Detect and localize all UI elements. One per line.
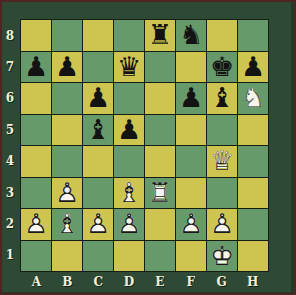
square-g7[interactable]: ♚	[207, 52, 237, 83]
piece-glyph: ♛	[117, 52, 141, 82]
square-c5[interactable]: ♝	[83, 115, 113, 146]
square-b6[interactable]	[52, 83, 82, 114]
square-a8[interactable]	[21, 20, 51, 51]
square-g2[interactable]: ♟♙	[207, 209, 237, 240]
rank-label-2: 2	[0, 208, 20, 239]
square-f3[interactable]	[176, 178, 206, 209]
square-f4[interactable]	[176, 146, 206, 177]
file-labels: ABCDEFGH	[21, 274, 268, 290]
square-b3[interactable]: ♟♙	[52, 178, 82, 209]
piece-outline: ♙	[117, 209, 141, 239]
piece-glyph: ♟	[86, 83, 110, 113]
piece-outline: ♕	[210, 146, 234, 176]
square-a1[interactable]	[21, 241, 51, 272]
rank-labels: 87654321	[0, 20, 20, 271]
square-b8[interactable]	[52, 20, 82, 51]
piece-glyph: ♞	[179, 20, 203, 50]
square-c3[interactable]	[83, 178, 113, 209]
square-e4[interactable]	[145, 146, 175, 177]
white-pawn[interactable]: ♟♙	[176, 209, 206, 240]
black-pawn[interactable]: ♟	[238, 52, 268, 83]
piece-glyph: ♟	[117, 115, 141, 145]
piece-outline: ♙	[86, 209, 110, 239]
black-pawn[interactable]: ♟	[176, 83, 206, 114]
square-h8[interactable]	[238, 20, 268, 51]
piece-glyph: ♝	[86, 115, 110, 145]
square-h3[interactable]	[238, 178, 268, 209]
rank-label-5: 5	[0, 114, 20, 145]
square-d2[interactable]: ♟♙	[114, 209, 144, 240]
white-pawn[interactable]: ♟♙	[207, 209, 237, 240]
rank-label-1: 1	[0, 240, 20, 271]
square-h7[interactable]: ♟	[238, 52, 268, 83]
black-rook[interactable]: ♜	[145, 20, 175, 51]
piece-glyph: ♟	[241, 52, 265, 82]
piece-glyph: ♟	[179, 83, 203, 113]
square-g3[interactable]	[207, 178, 237, 209]
square-c7[interactable]	[83, 52, 113, 83]
black-king[interactable]: ♚	[207, 52, 237, 83]
white-queen[interactable]: ♛♕	[207, 146, 237, 177]
square-d1[interactable]	[114, 241, 144, 272]
white-pawn[interactable]: ♟♙	[52, 178, 82, 209]
chess-board: ♜♞♟♟♛♚♟♟♟♝♞♘♝♟♛♕♟♙♝♗♜♖♟♙♝♗♟♙♟♙♟♙♟♙♚♔	[20, 19, 269, 272]
piece-outline: ♗	[117, 178, 141, 208]
piece-glyph: ♝	[210, 83, 234, 113]
square-f2[interactable]: ♟♙	[176, 209, 206, 240]
square-f5[interactable]	[176, 115, 206, 146]
square-h5[interactable]	[238, 115, 268, 146]
rank-label-8: 8	[0, 20, 20, 51]
piece-glyph: ♚	[210, 52, 234, 82]
square-a7[interactable]: ♟	[21, 52, 51, 83]
piece-outline: ♙	[24, 209, 48, 239]
square-a5[interactable]	[21, 115, 51, 146]
square-h1[interactable]	[238, 241, 268, 272]
file-label-b: B	[52, 274, 83, 290]
square-b2[interactable]: ♝♗	[52, 209, 82, 240]
square-d4[interactable]	[114, 146, 144, 177]
black-pawn[interactable]: ♟	[52, 52, 82, 83]
piece-outline: ♙	[55, 178, 79, 208]
square-d7[interactable]: ♛	[114, 52, 144, 83]
chess-board-frame: 87654321 ♜♞♟♟♛♚♟♟♟♝♞♘♝♟♛♕♟♙♝♗♜♖♟♙♝♗♟♙♟♙♟…	[0, 0, 296, 295]
square-e6[interactable]	[145, 83, 175, 114]
white-rook[interactable]: ♜♖	[145, 178, 175, 209]
piece-outline: ♘	[241, 83, 265, 113]
square-e1[interactable]	[145, 241, 175, 272]
square-f7[interactable]	[176, 52, 206, 83]
file-label-h: H	[237, 274, 268, 290]
square-g5[interactable]	[207, 115, 237, 146]
white-bishop[interactable]: ♝♗	[52, 209, 82, 240]
white-pawn[interactable]: ♟♙	[83, 209, 113, 240]
square-c1[interactable]	[83, 241, 113, 272]
square-c2[interactable]: ♟♙	[83, 209, 113, 240]
piece-glyph: ♟	[24, 52, 48, 82]
square-b7[interactable]: ♟	[52, 52, 82, 83]
square-b1[interactable]	[52, 241, 82, 272]
rank-label-6: 6	[0, 83, 20, 114]
file-label-c: C	[83, 274, 114, 290]
piece-outline: ♙	[210, 209, 234, 239]
square-d6[interactable]	[114, 83, 144, 114]
square-h4[interactable]	[238, 146, 268, 177]
rank-label-7: 7	[0, 51, 20, 82]
square-g1[interactable]: ♚♔	[207, 241, 237, 272]
square-a4[interactable]	[21, 146, 51, 177]
file-label-a: A	[21, 274, 52, 290]
white-pawn[interactable]: ♟♙	[21, 209, 51, 240]
square-b4[interactable]	[52, 146, 82, 177]
square-f8[interactable]: ♞	[176, 20, 206, 51]
black-pawn[interactable]: ♟	[21, 52, 51, 83]
square-e7[interactable]	[145, 52, 175, 83]
piece-outline: ♙	[179, 209, 203, 239]
white-pawn[interactable]: ♟♙	[114, 209, 144, 240]
square-h6[interactable]: ♞♘	[238, 83, 268, 114]
file-label-d: D	[114, 274, 145, 290]
square-e2[interactable]	[145, 209, 175, 240]
black-bishop[interactable]: ♝	[207, 83, 237, 114]
file-label-g: G	[206, 274, 237, 290]
black-bishop[interactable]: ♝	[83, 115, 113, 146]
piece-glyph: ♜	[148, 20, 172, 50]
white-knight[interactable]: ♞♘	[238, 83, 268, 114]
piece-glyph: ♟	[55, 52, 79, 82]
square-a3[interactable]	[21, 178, 51, 209]
black-pawn[interactable]: ♟	[83, 83, 113, 114]
rank-label-3: 3	[0, 177, 20, 208]
black-pawn[interactable]: ♟	[114, 115, 144, 146]
square-d3[interactable]: ♝♗	[114, 178, 144, 209]
square-d5[interactable]: ♟	[114, 115, 144, 146]
square-d8[interactable]	[114, 20, 144, 51]
square-g8[interactable]	[207, 20, 237, 51]
black-knight[interactable]: ♞	[176, 20, 206, 51]
square-b5[interactable]	[52, 115, 82, 146]
file-label-f: F	[175, 274, 206, 290]
white-bishop[interactable]: ♝♗	[114, 178, 144, 209]
piece-outline: ♖	[148, 178, 172, 208]
file-label-e: E	[145, 274, 176, 290]
piece-outline: ♔	[210, 241, 234, 271]
piece-outline: ♗	[55, 209, 79, 239]
square-c4[interactable]	[83, 146, 113, 177]
rank-label-4: 4	[0, 146, 20, 177]
square-g6[interactable]: ♝	[207, 83, 237, 114]
black-queen[interactable]: ♛	[114, 52, 144, 83]
square-e8[interactable]: ♜	[145, 20, 175, 51]
square-h2[interactable]	[238, 209, 268, 240]
white-king[interactable]: ♚♔	[207, 241, 237, 272]
square-a6[interactable]	[21, 83, 51, 114]
square-f6[interactable]: ♟	[176, 83, 206, 114]
square-c6[interactable]: ♟	[83, 83, 113, 114]
square-g4[interactable]: ♛♕	[207, 146, 237, 177]
square-e5[interactable]	[145, 115, 175, 146]
square-a2[interactable]: ♟♙	[21, 209, 51, 240]
square-c8[interactable]	[83, 20, 113, 51]
square-e3[interactable]: ♜♖	[145, 178, 175, 209]
square-f1[interactable]	[176, 241, 206, 272]
